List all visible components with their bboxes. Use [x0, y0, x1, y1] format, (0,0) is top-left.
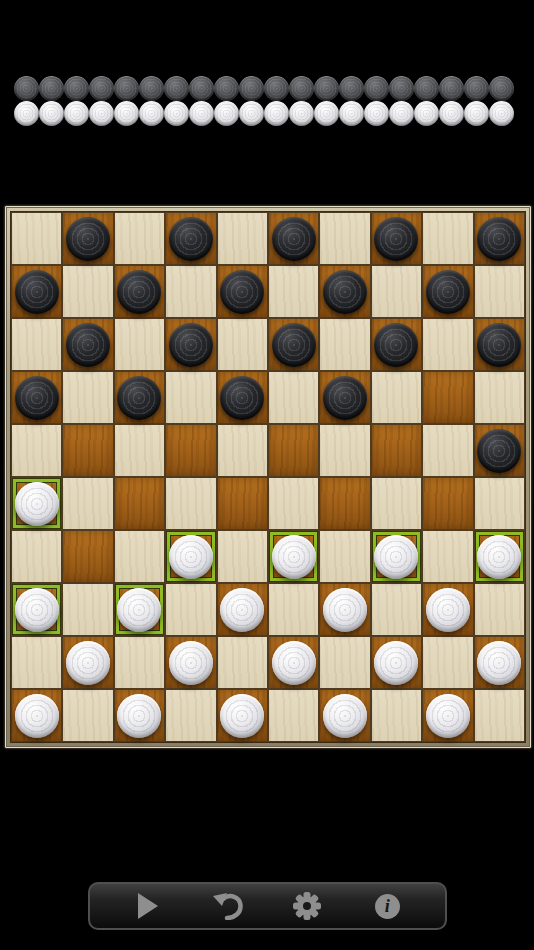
square-light[interactable]	[319, 424, 370, 477]
square-light[interactable]	[62, 583, 113, 636]
tray-white-piece	[189, 101, 214, 126]
tray-black-piece	[64, 76, 89, 101]
square-19[interactable]	[319, 371, 370, 424]
square-light[interactable]	[217, 424, 268, 477]
tray-white-piece	[264, 101, 289, 126]
info-icon: i	[375, 894, 400, 919]
white-man[interactable]	[169, 535, 213, 579]
tray-white-piece	[389, 101, 414, 126]
tray-black-piece	[239, 76, 264, 101]
square-light[interactable]	[474, 477, 525, 530]
square-light[interactable]	[165, 477, 216, 530]
square-2[interactable]	[165, 212, 216, 265]
square-light[interactable]	[422, 636, 473, 689]
black-man[interactable]	[169, 323, 213, 367]
tray-white-piece	[464, 101, 489, 126]
black-man[interactable]	[477, 429, 521, 473]
square-43[interactable]	[268, 636, 319, 689]
square-light[interactable]	[165, 583, 216, 636]
black-man[interactable]	[117, 270, 161, 314]
tray-black-piece	[289, 76, 314, 101]
board-frame	[4, 205, 532, 749]
square-light[interactable]	[268, 265, 319, 318]
white-man[interactable]	[272, 535, 316, 579]
square-17[interactable]	[114, 371, 165, 424]
square-50[interactable]	[422, 689, 473, 742]
square-light[interactable]	[11, 424, 62, 477]
tray-white-piece	[239, 101, 264, 126]
tray-white-piece	[314, 101, 339, 126]
white-man[interactable]	[220, 694, 264, 738]
square-13[interactable]	[268, 318, 319, 371]
tray-black-piece	[339, 76, 364, 101]
tray-black-piece	[489, 76, 514, 101]
square-20[interactable]	[422, 371, 473, 424]
square-light[interactable]	[268, 689, 319, 742]
white-man[interactable]	[220, 588, 264, 632]
square-light[interactable]	[371, 371, 422, 424]
square-light[interactable]	[114, 212, 165, 265]
black-man[interactable]	[323, 376, 367, 420]
square-8[interactable]	[217, 265, 268, 318]
square-light[interactable]	[268, 477, 319, 530]
square-48[interactable]	[217, 689, 268, 742]
square-23[interactable]	[268, 424, 319, 477]
tray-white-piece	[364, 101, 389, 126]
square-38[interactable]	[217, 583, 268, 636]
square-9[interactable]	[319, 265, 370, 318]
square-3[interactable]	[268, 212, 319, 265]
square-light[interactable]	[319, 318, 370, 371]
tray-black-piece	[414, 76, 439, 101]
tray-white-piece	[89, 101, 114, 126]
square-40[interactable]	[422, 583, 473, 636]
square-18[interactable]	[217, 371, 268, 424]
square-light[interactable]	[11, 212, 62, 265]
square-light[interactable]	[114, 530, 165, 583]
square-16[interactable]	[11, 371, 62, 424]
square-light[interactable]	[62, 477, 113, 530]
square-29[interactable]	[319, 477, 370, 530]
black-man[interactable]	[220, 376, 264, 420]
tray-white-piece	[489, 101, 514, 126]
white-man[interactable]	[374, 535, 418, 579]
square-light[interactable]	[217, 212, 268, 265]
tray-white-piece	[289, 101, 314, 126]
play-icon	[137, 893, 159, 919]
square-light[interactable]	[371, 583, 422, 636]
square-7[interactable]	[114, 265, 165, 318]
square-44[interactable]	[371, 636, 422, 689]
black-man[interactable]	[220, 270, 264, 314]
checkers-app: i	[0, 0, 534, 950]
square-light[interactable]	[11, 318, 62, 371]
black-man[interactable]	[426, 270, 470, 314]
white-man[interactable]	[477, 641, 521, 685]
square-5[interactable]	[474, 212, 525, 265]
white-man[interactable]	[117, 694, 161, 738]
white-man[interactable]	[426, 694, 470, 738]
undo-button[interactable]	[206, 886, 250, 926]
square-32[interactable]	[165, 530, 216, 583]
tray-black-piece	[439, 76, 464, 101]
black-man[interactable]	[169, 217, 213, 261]
tray-black-piece	[214, 76, 239, 101]
tray-white-piece	[39, 101, 64, 126]
square-light[interactable]	[319, 636, 370, 689]
square-light[interactable]	[371, 265, 422, 318]
black-man[interactable]	[15, 376, 59, 420]
square-41[interactable]	[62, 636, 113, 689]
black-man[interactable]	[374, 323, 418, 367]
square-34[interactable]	[371, 530, 422, 583]
square-light[interactable]	[114, 424, 165, 477]
tray-black-piece	[264, 76, 289, 101]
gear-icon	[292, 891, 322, 921]
tray-black-piece	[464, 76, 489, 101]
square-24[interactable]	[371, 424, 422, 477]
tray-row-black	[14, 76, 514, 101]
black-man[interactable]	[323, 270, 367, 314]
square-light[interactable]	[319, 212, 370, 265]
black-man[interactable]	[117, 376, 161, 420]
square-42[interactable]	[165, 636, 216, 689]
square-28[interactable]	[217, 477, 268, 530]
square-10[interactable]	[422, 265, 473, 318]
tray-white-piece	[214, 101, 239, 126]
black-man[interactable]	[477, 217, 521, 261]
square-light[interactable]	[62, 371, 113, 424]
square-light[interactable]	[165, 265, 216, 318]
square-light[interactable]	[165, 689, 216, 742]
square-37[interactable]	[114, 583, 165, 636]
square-39[interactable]	[319, 583, 370, 636]
white-man[interactable]	[323, 694, 367, 738]
white-man[interactable]	[15, 694, 59, 738]
square-22[interactable]	[165, 424, 216, 477]
square-31[interactable]	[62, 530, 113, 583]
tray-white-piece	[414, 101, 439, 126]
square-46[interactable]	[11, 689, 62, 742]
square-35[interactable]	[474, 530, 525, 583]
square-light[interactable]	[114, 318, 165, 371]
tray-black-piece	[89, 76, 114, 101]
square-light[interactable]	[268, 371, 319, 424]
tray-black-piece	[39, 76, 64, 101]
tray-black-piece	[314, 76, 339, 101]
square-light[interactable]	[11, 636, 62, 689]
play-button[interactable]	[126, 886, 170, 926]
tray-black-piece	[364, 76, 389, 101]
square-light[interactable]	[474, 265, 525, 318]
square-light[interactable]	[11, 530, 62, 583]
white-man[interactable]	[323, 588, 367, 632]
square-6[interactable]	[11, 265, 62, 318]
tray-black-piece	[189, 76, 214, 101]
square-25[interactable]	[474, 424, 525, 477]
square-light[interactable]	[217, 318, 268, 371]
square-36[interactable]	[11, 583, 62, 636]
tray-black-piece	[139, 76, 164, 101]
square-light[interactable]	[62, 689, 113, 742]
black-man[interactable]	[477, 323, 521, 367]
square-27[interactable]	[114, 477, 165, 530]
black-man[interactable]	[15, 270, 59, 314]
white-man[interactable]	[374, 641, 418, 685]
square-21[interactable]	[62, 424, 113, 477]
tray-white-piece	[114, 101, 139, 126]
square-12[interactable]	[165, 318, 216, 371]
square-45[interactable]	[474, 636, 525, 689]
tray-white-piece	[139, 101, 164, 126]
tray-black-piece	[14, 76, 39, 101]
square-26[interactable]	[11, 477, 62, 530]
white-man[interactable]	[169, 641, 213, 685]
square-light[interactable]	[114, 636, 165, 689]
black-man[interactable]	[272, 323, 316, 367]
square-light[interactable]	[62, 265, 113, 318]
tray-white-piece	[14, 101, 39, 126]
tray-black-piece	[389, 76, 414, 101]
square-light[interactable]	[165, 371, 216, 424]
square-light[interactable]	[422, 530, 473, 583]
square-4[interactable]	[371, 212, 422, 265]
square-1[interactable]	[62, 212, 113, 265]
black-man[interactable]	[66, 323, 110, 367]
square-30[interactable]	[422, 477, 473, 530]
square-light[interactable]	[422, 212, 473, 265]
white-man[interactable]	[15, 588, 59, 632]
square-light[interactable]	[474, 689, 525, 742]
board-grid	[10, 211, 526, 743]
square-light[interactable]	[371, 689, 422, 742]
square-light[interactable]	[474, 583, 525, 636]
settings-button[interactable]	[285, 886, 329, 926]
black-man[interactable]	[374, 217, 418, 261]
square-15[interactable]	[474, 318, 525, 371]
toolbar: i	[88, 882, 447, 930]
square-light[interactable]	[474, 371, 525, 424]
square-47[interactable]	[114, 689, 165, 742]
black-man[interactable]	[272, 217, 316, 261]
tray-white-piece	[339, 101, 364, 126]
tray-black-piece	[164, 76, 189, 101]
square-light[interactable]	[422, 424, 473, 477]
tray-white-piece	[64, 101, 89, 126]
black-man[interactable]	[66, 217, 110, 261]
square-light[interactable]	[217, 636, 268, 689]
info-button[interactable]: i	[365, 886, 409, 926]
square-light[interactable]	[371, 477, 422, 530]
white-man[interactable]	[66, 641, 110, 685]
square-33[interactable]	[268, 530, 319, 583]
tray-white-piece	[164, 101, 189, 126]
tray-black-piece	[114, 76, 139, 101]
white-man[interactable]	[426, 588, 470, 632]
square-light[interactable]	[217, 530, 268, 583]
undo-arrow-icon	[212, 892, 243, 920]
square-light[interactable]	[319, 530, 370, 583]
tray-white-piece	[439, 101, 464, 126]
square-11[interactable]	[62, 318, 113, 371]
white-man[interactable]	[15, 482, 59, 526]
square-49[interactable]	[319, 689, 370, 742]
white-man[interactable]	[117, 588, 161, 632]
white-man[interactable]	[272, 641, 316, 685]
square-14[interactable]	[371, 318, 422, 371]
square-light[interactable]	[268, 583, 319, 636]
tray-row-white	[14, 101, 514, 126]
white-man[interactable]	[477, 535, 521, 579]
square-light[interactable]	[422, 318, 473, 371]
